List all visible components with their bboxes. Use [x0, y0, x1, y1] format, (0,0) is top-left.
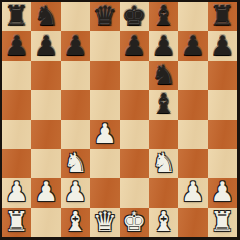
- square-d3[interactable]: [90, 149, 119, 178]
- square-b5[interactable]: [31, 90, 60, 119]
- square-g6[interactable]: [178, 61, 207, 90]
- square-f6[interactable]: ♞: [149, 61, 178, 90]
- square-g8[interactable]: [178, 2, 207, 31]
- white-pawn: ♟: [34, 178, 58, 205]
- square-d5[interactable]: [90, 90, 119, 119]
- white-king: ♚: [122, 208, 146, 235]
- white-rook: ♜: [5, 208, 29, 235]
- square-a3[interactable]: [2, 149, 31, 178]
- square-h4[interactable]: [208, 120, 237, 149]
- black-knight: ♞: [151, 61, 175, 88]
- white-pawn: ♟: [210, 178, 234, 205]
- square-f1[interactable]: ♝: [149, 208, 178, 237]
- white-knight: ♞: [151, 149, 175, 176]
- square-a7[interactable]: ♟: [2, 31, 31, 60]
- white-pawn: ♟: [63, 178, 87, 205]
- square-d8[interactable]: ♛: [90, 2, 119, 31]
- square-e6[interactable]: [120, 61, 149, 90]
- black-bishop: ♝: [151, 2, 175, 29]
- square-a1[interactable]: ♜: [2, 208, 31, 237]
- square-e1[interactable]: ♚: [120, 208, 149, 237]
- square-c5[interactable]: [61, 90, 90, 119]
- square-a8[interactable]: ♜: [2, 2, 31, 31]
- square-e7[interactable]: ♟: [120, 31, 149, 60]
- square-f5[interactable]: ♝: [149, 90, 178, 119]
- square-h2[interactable]: ♟: [208, 178, 237, 207]
- square-e8[interactable]: ♚: [120, 2, 149, 31]
- square-g4[interactable]: [178, 120, 207, 149]
- square-d2[interactable]: [90, 178, 119, 207]
- black-pawn: ♟: [122, 32, 146, 59]
- black-king: ♚: [122, 2, 146, 29]
- square-b1[interactable]: [31, 208, 60, 237]
- black-pawn: ♟: [34, 32, 58, 59]
- square-d7[interactable]: [90, 31, 119, 60]
- square-b6[interactable]: [31, 61, 60, 90]
- square-d4[interactable]: ♟: [90, 120, 119, 149]
- white-pawn: ♟: [93, 120, 117, 147]
- black-rook: ♜: [5, 2, 29, 29]
- black-pawn: ♟: [63, 32, 87, 59]
- square-a5[interactable]: [2, 90, 31, 119]
- square-a4[interactable]: [2, 120, 31, 149]
- square-e5[interactable]: [120, 90, 149, 119]
- square-f4[interactable]: [149, 120, 178, 149]
- square-b7[interactable]: ♟: [31, 31, 60, 60]
- square-h6[interactable]: [208, 61, 237, 90]
- square-a2[interactable]: ♟: [2, 178, 31, 207]
- black-pawn: ♟: [181, 32, 205, 59]
- black-knight: ♞: [34, 2, 58, 29]
- square-b2[interactable]: ♟: [31, 178, 60, 207]
- square-c3[interactable]: ♞: [61, 149, 90, 178]
- square-h5[interactable]: [208, 90, 237, 119]
- black-queen: ♛: [93, 2, 117, 29]
- white-rook: ♜: [210, 208, 234, 235]
- square-g7[interactable]: ♟: [178, 31, 207, 60]
- square-f2[interactable]: [149, 178, 178, 207]
- white-bishop: ♝: [63, 208, 87, 235]
- square-g1[interactable]: [178, 208, 207, 237]
- square-f7[interactable]: ♟: [149, 31, 178, 60]
- square-f3[interactable]: ♞: [149, 149, 178, 178]
- square-c8[interactable]: [61, 2, 90, 31]
- square-e2[interactable]: [120, 178, 149, 207]
- square-c6[interactable]: [61, 61, 90, 90]
- white-bishop: ♝: [151, 208, 175, 235]
- square-f8[interactable]: ♝: [149, 2, 178, 31]
- square-a6[interactable]: [2, 61, 31, 90]
- square-h1[interactable]: ♜: [208, 208, 237, 237]
- black-pawn: ♟: [151, 32, 175, 59]
- square-h3[interactable]: [208, 149, 237, 178]
- black-pawn: ♟: [5, 32, 29, 59]
- square-g2[interactable]: ♟: [178, 178, 207, 207]
- white-pawn: ♟: [181, 178, 205, 205]
- square-e3[interactable]: [120, 149, 149, 178]
- square-h7[interactable]: ♟: [208, 31, 237, 60]
- black-bishop: ♝: [151, 90, 175, 117]
- square-g5[interactable]: [178, 90, 207, 119]
- square-c2[interactable]: ♟: [61, 178, 90, 207]
- square-e4[interactable]: [120, 120, 149, 149]
- square-c4[interactable]: [61, 120, 90, 149]
- square-g3[interactable]: [178, 149, 207, 178]
- chess-board: ♜♞♛♚♝♜♟♟♟♟♟♟♟♞♝♟♞♞♟♟♟♟♟♜♝♛♚♝♜: [0, 0, 240, 240]
- black-pawn: ♟: [210, 32, 234, 59]
- square-c1[interactable]: ♝: [61, 208, 90, 237]
- square-c7[interactable]: ♟: [61, 31, 90, 60]
- square-d1[interactable]: ♛: [90, 208, 119, 237]
- square-d6[interactable]: [90, 61, 119, 90]
- square-b4[interactable]: [31, 120, 60, 149]
- square-b3[interactable]: [31, 149, 60, 178]
- square-b8[interactable]: ♞: [31, 2, 60, 31]
- white-queen: ♛: [93, 208, 117, 235]
- black-rook: ♜: [210, 2, 234, 29]
- white-pawn: ♟: [5, 178, 29, 205]
- square-h8[interactable]: ♜: [208, 2, 237, 31]
- white-knight: ♞: [63, 149, 87, 176]
